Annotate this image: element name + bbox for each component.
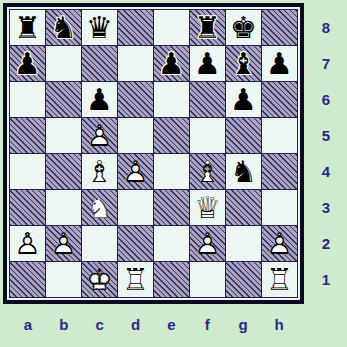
rank-label-5: 5: [307, 118, 345, 154]
square-a2[interactable]: ♟♙: [10, 226, 45, 261]
square-b7[interactable]: [46, 46, 81, 81]
piece-fill-glyph: ♟: [226, 82, 261, 117]
square-h2[interactable]: ♟♙: [262, 226, 297, 261]
square-e1[interactable]: [154, 262, 189, 297]
piece-fill-glyph: ♞: [82, 190, 117, 225]
square-f7[interactable]: ♟: [190, 46, 225, 81]
piece-black-rook[interactable]: ♜: [10, 10, 45, 45]
piece-outline-glyph: ♗: [82, 154, 117, 189]
piece-fill-glyph: ♜: [190, 10, 225, 45]
piece-fill-glyph: ♝: [226, 46, 261, 81]
piece-fill-glyph: ♞: [226, 154, 261, 189]
square-g5[interactable]: [226, 118, 261, 153]
file-label-g: g: [225, 316, 261, 333]
rank-label-6: 6: [307, 82, 345, 118]
square-h8[interactable]: [262, 10, 297, 45]
piece-white-queen[interactable]: ♛♕: [190, 190, 225, 225]
square-h7[interactable]: ♟: [262, 46, 297, 81]
piece-white-pawn[interactable]: ♟♙: [190, 226, 225, 261]
piece-black-pawn[interactable]: ♟: [262, 46, 297, 81]
square-c4[interactable]: ♝♗: [82, 154, 117, 189]
piece-outline-glyph: ♔: [82, 262, 117, 297]
square-d4[interactable]: ♟♙: [118, 154, 153, 189]
piece-fill-glyph: ♟: [190, 46, 225, 81]
piece-fill-glyph: ♜: [118, 262, 153, 297]
piece-fill-glyph: ♟: [82, 118, 117, 153]
square-g3[interactable]: [226, 190, 261, 225]
piece-black-pawn[interactable]: ♟: [82, 82, 117, 117]
square-h5[interactable]: [262, 118, 297, 153]
piece-white-knight[interactable]: ♞♘: [82, 190, 117, 225]
square-h6[interactable]: [262, 82, 297, 117]
piece-fill-glyph: ♟: [46, 226, 81, 261]
piece-fill-glyph: ♚: [82, 262, 117, 297]
square-e8[interactable]: [154, 10, 189, 45]
rank-label-8: 8: [307, 10, 345, 46]
square-f2[interactable]: ♟♙: [190, 226, 225, 261]
piece-fill-glyph: ♛: [82, 10, 117, 45]
piece-fill-glyph: ♝: [190, 154, 225, 189]
square-b2[interactable]: ♟♙: [46, 226, 81, 261]
rank-labels: 8 7 6 5 4 3 2 1: [307, 3, 345, 304]
square-a5[interactable]: [10, 118, 45, 153]
chess-diagram: ♜♞♛♜♚♟♟♟♝♟♟♟♟♙♝♗♟♙♝♗♞♞♘♛♕♟♙♟♙♟♙♟♙♚♔♜♖♜♖ …: [0, 0, 347, 347]
square-e2[interactable]: [154, 226, 189, 261]
square-f5[interactable]: [190, 118, 225, 153]
square-c7[interactable]: [82, 46, 117, 81]
square-b3[interactable]: [46, 190, 81, 225]
piece-black-pawn[interactable]: ♟: [226, 82, 261, 117]
piece-fill-glyph: ♞: [46, 10, 81, 45]
file-label-a: a: [10, 316, 46, 333]
board-frame: ♜♞♛♜♚♟♟♟♝♟♟♟♟♙♝♗♟♙♝♗♞♞♘♛♕♟♙♟♙♟♙♟♙♚♔♜♖♜♖: [3, 3, 304, 304]
piece-outline-glyph: ♖: [262, 262, 297, 297]
piece-black-queen[interactable]: ♛: [82, 10, 117, 45]
piece-fill-glyph: ♟: [190, 226, 225, 261]
piece-white-bishop[interactable]: ♝♗: [82, 154, 117, 189]
file-label-f: f: [189, 316, 225, 333]
square-c2[interactable]: [82, 226, 117, 261]
rank-label-4: 4: [307, 154, 345, 190]
piece-outline-glyph: ♖: [118, 262, 153, 297]
file-label-d: d: [118, 316, 154, 333]
rank-label-1: 1: [307, 261, 345, 297]
piece-outline-glyph: ♘: [82, 190, 117, 225]
square-f4[interactable]: ♝♗: [190, 154, 225, 189]
square-a8[interactable]: ♜: [10, 10, 45, 45]
file-label-b: b: [46, 316, 82, 333]
piece-fill-glyph: ♟: [154, 46, 189, 81]
piece-outline-glyph: ♙: [10, 226, 45, 261]
piece-black-knight[interactable]: ♞: [226, 154, 261, 189]
piece-fill-glyph: ♟: [118, 154, 153, 189]
piece-fill-glyph: ♟: [262, 226, 297, 261]
square-a3[interactable]: [10, 190, 45, 225]
piece-fill-glyph: ♛: [190, 190, 225, 225]
piece-outline-glyph: ♙: [190, 226, 225, 261]
piece-white-pawn[interactable]: ♟♙: [10, 226, 45, 261]
square-a6[interactable]: [10, 82, 45, 117]
piece-white-pawn[interactable]: ♟♙: [118, 154, 153, 189]
file-labels: a b c d e f g h: [3, 304, 304, 344]
square-f1[interactable]: [190, 262, 225, 297]
square-h3[interactable]: [262, 190, 297, 225]
piece-black-pawn[interactable]: ♟: [190, 46, 225, 81]
piece-fill-glyph: ♚: [226, 10, 261, 45]
square-g6[interactable]: ♟: [226, 82, 261, 117]
piece-black-pawn[interactable]: ♟: [10, 46, 45, 81]
piece-fill-glyph: ♝: [82, 154, 117, 189]
square-d1[interactable]: ♜♖: [118, 262, 153, 297]
square-f6[interactable]: [190, 82, 225, 117]
square-c3[interactable]: ♞♘: [82, 190, 117, 225]
piece-outline-glyph: ♙: [262, 226, 297, 261]
piece-white-pawn[interactable]: ♟♙: [262, 226, 297, 261]
square-a7[interactable]: ♟: [10, 46, 45, 81]
square-f8[interactable]: ♜: [190, 10, 225, 45]
square-b8[interactable]: ♞: [46, 10, 81, 45]
square-h1[interactable]: ♜♖: [262, 262, 297, 297]
board-area: ♜♞♛♜♚♟♟♟♝♟♟♟♟♙♝♗♟♙♝♗♞♞♘♛♕♟♙♟♙♟♙♟♙♚♔♜♖♜♖: [3, 3, 304, 304]
piece-fill-glyph: ♟: [262, 46, 297, 81]
square-b1[interactable]: [46, 262, 81, 297]
square-c8[interactable]: ♛: [82, 10, 117, 45]
square-g1[interactable]: [226, 262, 261, 297]
square-b6[interactable]: [46, 82, 81, 117]
square-d3[interactable]: [118, 190, 153, 225]
square-e3[interactable]: [154, 190, 189, 225]
rank-label-7: 7: [307, 46, 345, 82]
file-label-h: h: [261, 316, 297, 333]
square-d5[interactable]: [118, 118, 153, 153]
square-d6[interactable]: [118, 82, 153, 117]
square-e7[interactable]: ♟: [154, 46, 189, 81]
piece-black-rook[interactable]: ♜: [190, 10, 225, 45]
square-g7[interactable]: ♝: [226, 46, 261, 81]
square-d2[interactable]: [118, 226, 153, 261]
square-f3[interactable]: ♛♕: [190, 190, 225, 225]
file-label-c: c: [82, 316, 118, 333]
square-g2[interactable]: [226, 226, 261, 261]
square-d8[interactable]: [118, 10, 153, 45]
square-c5[interactable]: ♟♙: [82, 118, 117, 153]
piece-white-bishop[interactable]: ♝♗: [190, 154, 225, 189]
piece-outline-glyph: ♙: [82, 118, 117, 153]
square-a4[interactable]: [10, 154, 45, 189]
piece-white-king[interactable]: ♚♔: [82, 262, 117, 297]
piece-fill-glyph: ♟: [82, 82, 117, 117]
piece-fill-glyph: ♟: [10, 46, 45, 81]
piece-white-pawn[interactable]: ♟♙: [82, 118, 117, 153]
square-b5[interactable]: [46, 118, 81, 153]
piece-black-king[interactable]: ♚: [226, 10, 261, 45]
square-h4[interactable]: [262, 154, 297, 189]
square-b4[interactable]: [46, 154, 81, 189]
square-c1[interactable]: ♚♔: [82, 262, 117, 297]
square-c6[interactable]: ♟: [82, 82, 117, 117]
piece-fill-glyph: ♟: [10, 226, 45, 261]
square-g4[interactable]: ♞: [226, 154, 261, 189]
piece-outline-glyph: ♙: [46, 226, 81, 261]
piece-black-knight[interactable]: ♞: [46, 10, 81, 45]
piece-white-pawn[interactable]: ♟♙: [46, 226, 81, 261]
square-d7[interactable]: [118, 46, 153, 81]
piece-white-rook[interactable]: ♜♖: [262, 262, 297, 297]
piece-black-bishop[interactable]: ♝: [226, 46, 261, 81]
piece-black-pawn[interactable]: ♟: [154, 46, 189, 81]
piece-fill-glyph: ♜: [10, 10, 45, 45]
square-e5[interactable]: [154, 118, 189, 153]
piece-outline-glyph: ♕: [190, 190, 225, 225]
piece-outline-glyph: ♙: [118, 154, 153, 189]
rank-label-2: 2: [307, 225, 345, 261]
board-grid: ♜♞♛♜♚♟♟♟♝♟♟♟♟♙♝♗♟♙♝♗♞♞♘♛♕♟♙♟♙♟♙♟♙♚♔♜♖♜♖: [9, 9, 298, 298]
square-e6[interactable]: [154, 82, 189, 117]
piece-outline-glyph: ♗: [190, 154, 225, 189]
square-a1[interactable]: [10, 262, 45, 297]
square-g8[interactable]: ♚: [226, 10, 261, 45]
rank-label-3: 3: [307, 189, 345, 225]
file-label-e: e: [154, 316, 190, 333]
piece-fill-glyph: ♜: [262, 262, 297, 297]
square-e4[interactable]: [154, 154, 189, 189]
piece-white-rook[interactable]: ♜♖: [118, 262, 153, 297]
